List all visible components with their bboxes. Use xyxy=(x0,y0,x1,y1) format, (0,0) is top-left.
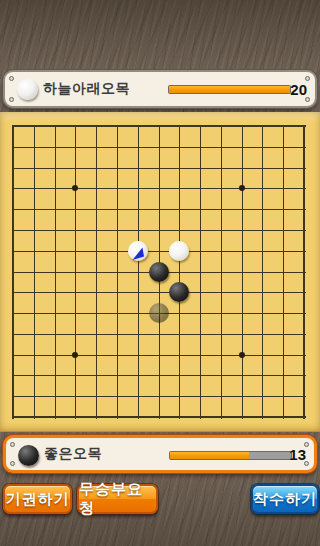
star-point xyxy=(72,352,78,358)
opponent-time-fill xyxy=(169,86,290,93)
stone-white xyxy=(169,241,189,261)
gomoku-app: 하늘아래오목 20 좋은오목 13 기권하기 무승부요청 착수하기 xyxy=(0,0,320,546)
draw-request-button[interactable]: 무승부요청 xyxy=(77,484,158,514)
resign-button[interactable]: 기권하기 xyxy=(3,484,72,514)
opponent-panel: 하늘아래오목 20 xyxy=(3,70,317,108)
stone-black xyxy=(149,262,169,282)
last-move-marker-icon xyxy=(128,241,148,261)
star-point xyxy=(239,352,245,358)
grid-line xyxy=(12,396,306,397)
board[interactable] xyxy=(0,112,320,432)
screw-icon xyxy=(10,461,15,466)
grid-line xyxy=(283,125,284,419)
grid-line xyxy=(303,125,305,419)
black-stone-icon xyxy=(18,445,39,466)
opponent-time-bar xyxy=(168,85,291,94)
player-panel: 좋은오목 13 xyxy=(3,435,317,473)
screw-icon xyxy=(9,76,14,81)
screw-icon xyxy=(9,97,14,102)
grid-line xyxy=(12,375,306,376)
stone-white xyxy=(128,241,148,261)
player-time-value: 13 xyxy=(276,438,306,470)
star-point xyxy=(72,185,78,191)
place-stone-button[interactable]: 착수하기 xyxy=(251,484,319,514)
stone-black xyxy=(169,282,189,302)
stone-ghost-pending xyxy=(149,303,169,323)
opponent-time-value: 20 xyxy=(277,72,307,106)
screw-icon xyxy=(10,442,15,447)
player-time-bar xyxy=(169,451,292,460)
player-time-fill xyxy=(170,452,249,459)
star-point xyxy=(239,185,245,191)
opponent-name: 하늘아래오목 xyxy=(43,72,130,106)
board-grid[interactable] xyxy=(13,126,304,417)
white-stone-icon xyxy=(17,79,38,100)
grid-line xyxy=(12,416,306,418)
player-name: 좋은오목 xyxy=(44,438,102,470)
